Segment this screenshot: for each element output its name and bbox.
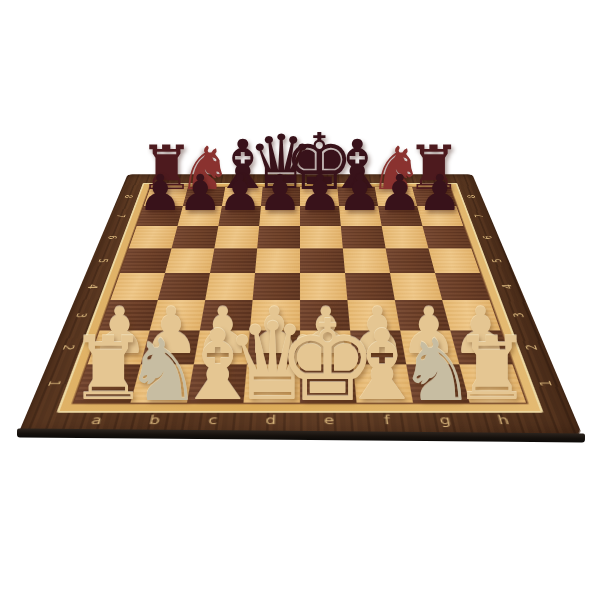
square-g3 xyxy=(395,300,450,330)
square-a3 xyxy=(100,300,158,330)
square-f4 xyxy=(345,273,395,300)
square-h8 xyxy=(412,187,456,206)
square-d3 xyxy=(250,300,300,330)
square-c6 xyxy=(214,226,259,248)
file-label-g: g xyxy=(414,410,477,431)
square-h5 xyxy=(428,248,480,273)
square-e1 xyxy=(300,364,357,402)
square-c4 xyxy=(205,273,255,300)
square-a6 xyxy=(129,226,178,248)
chess-board: abcdefgh 12345678 12345678 xyxy=(18,174,583,435)
square-b8 xyxy=(183,187,225,206)
file-labels: abcdefgh xyxy=(64,410,536,431)
square-f6 xyxy=(341,226,386,248)
square-c7 xyxy=(218,206,261,226)
file-label-f: f xyxy=(357,410,418,431)
file-label-a: a xyxy=(64,410,129,431)
square-d7 xyxy=(259,206,300,226)
square-b6 xyxy=(172,226,219,248)
square-c8 xyxy=(222,187,263,206)
square-f1 xyxy=(353,364,413,402)
square-g7 xyxy=(378,206,422,226)
square-c2 xyxy=(194,330,250,364)
square-d4 xyxy=(253,273,300,300)
square-f3 xyxy=(347,300,400,330)
square-f5 xyxy=(343,248,390,273)
square-e7 xyxy=(300,206,341,226)
square-e2 xyxy=(300,330,353,364)
square-f7 xyxy=(339,206,382,226)
square-h4 xyxy=(435,273,490,300)
square-h6 xyxy=(423,226,472,248)
square-b5 xyxy=(165,248,214,273)
square-f8 xyxy=(337,187,378,206)
square-e8 xyxy=(300,187,339,206)
square-h7 xyxy=(417,206,463,226)
square-f2 xyxy=(350,330,406,364)
file-label-b: b xyxy=(123,410,186,431)
square-g6 xyxy=(382,226,429,248)
square-b4 xyxy=(158,273,210,300)
square-d1 xyxy=(243,364,300,402)
chessboard-scene: abcdefgh 12345678 12345678 ♜♞♝♛♚♝♞♜♟♟♟♟♟… xyxy=(0,0,600,600)
square-a2 xyxy=(88,330,150,364)
file-label-d: d xyxy=(241,410,300,431)
square-d2 xyxy=(247,330,300,364)
square-e4 xyxy=(300,273,347,300)
file-label-c: c xyxy=(182,410,243,431)
square-g2 xyxy=(400,330,459,364)
square-d6 xyxy=(257,226,300,248)
square-e5 xyxy=(300,248,345,273)
square-a8 xyxy=(144,187,188,206)
file-label-h: h xyxy=(471,410,536,431)
square-g5 xyxy=(386,248,435,273)
square-e6 xyxy=(300,226,343,248)
file-label-e: e xyxy=(300,410,359,431)
square-e3 xyxy=(300,300,350,330)
square-b3 xyxy=(150,300,205,330)
board-squares xyxy=(74,187,526,402)
square-b7 xyxy=(177,206,221,226)
square-c5 xyxy=(210,248,257,273)
square-c3 xyxy=(200,300,253,330)
square-b2 xyxy=(141,330,200,364)
square-a7 xyxy=(137,206,183,226)
square-a5 xyxy=(120,248,172,273)
square-d5 xyxy=(255,248,300,273)
square-a4 xyxy=(110,273,165,300)
square-b1 xyxy=(130,364,193,402)
square-g8 xyxy=(375,187,417,206)
square-g4 xyxy=(390,273,442,300)
square-d8 xyxy=(261,187,300,206)
square-c1 xyxy=(187,364,247,402)
